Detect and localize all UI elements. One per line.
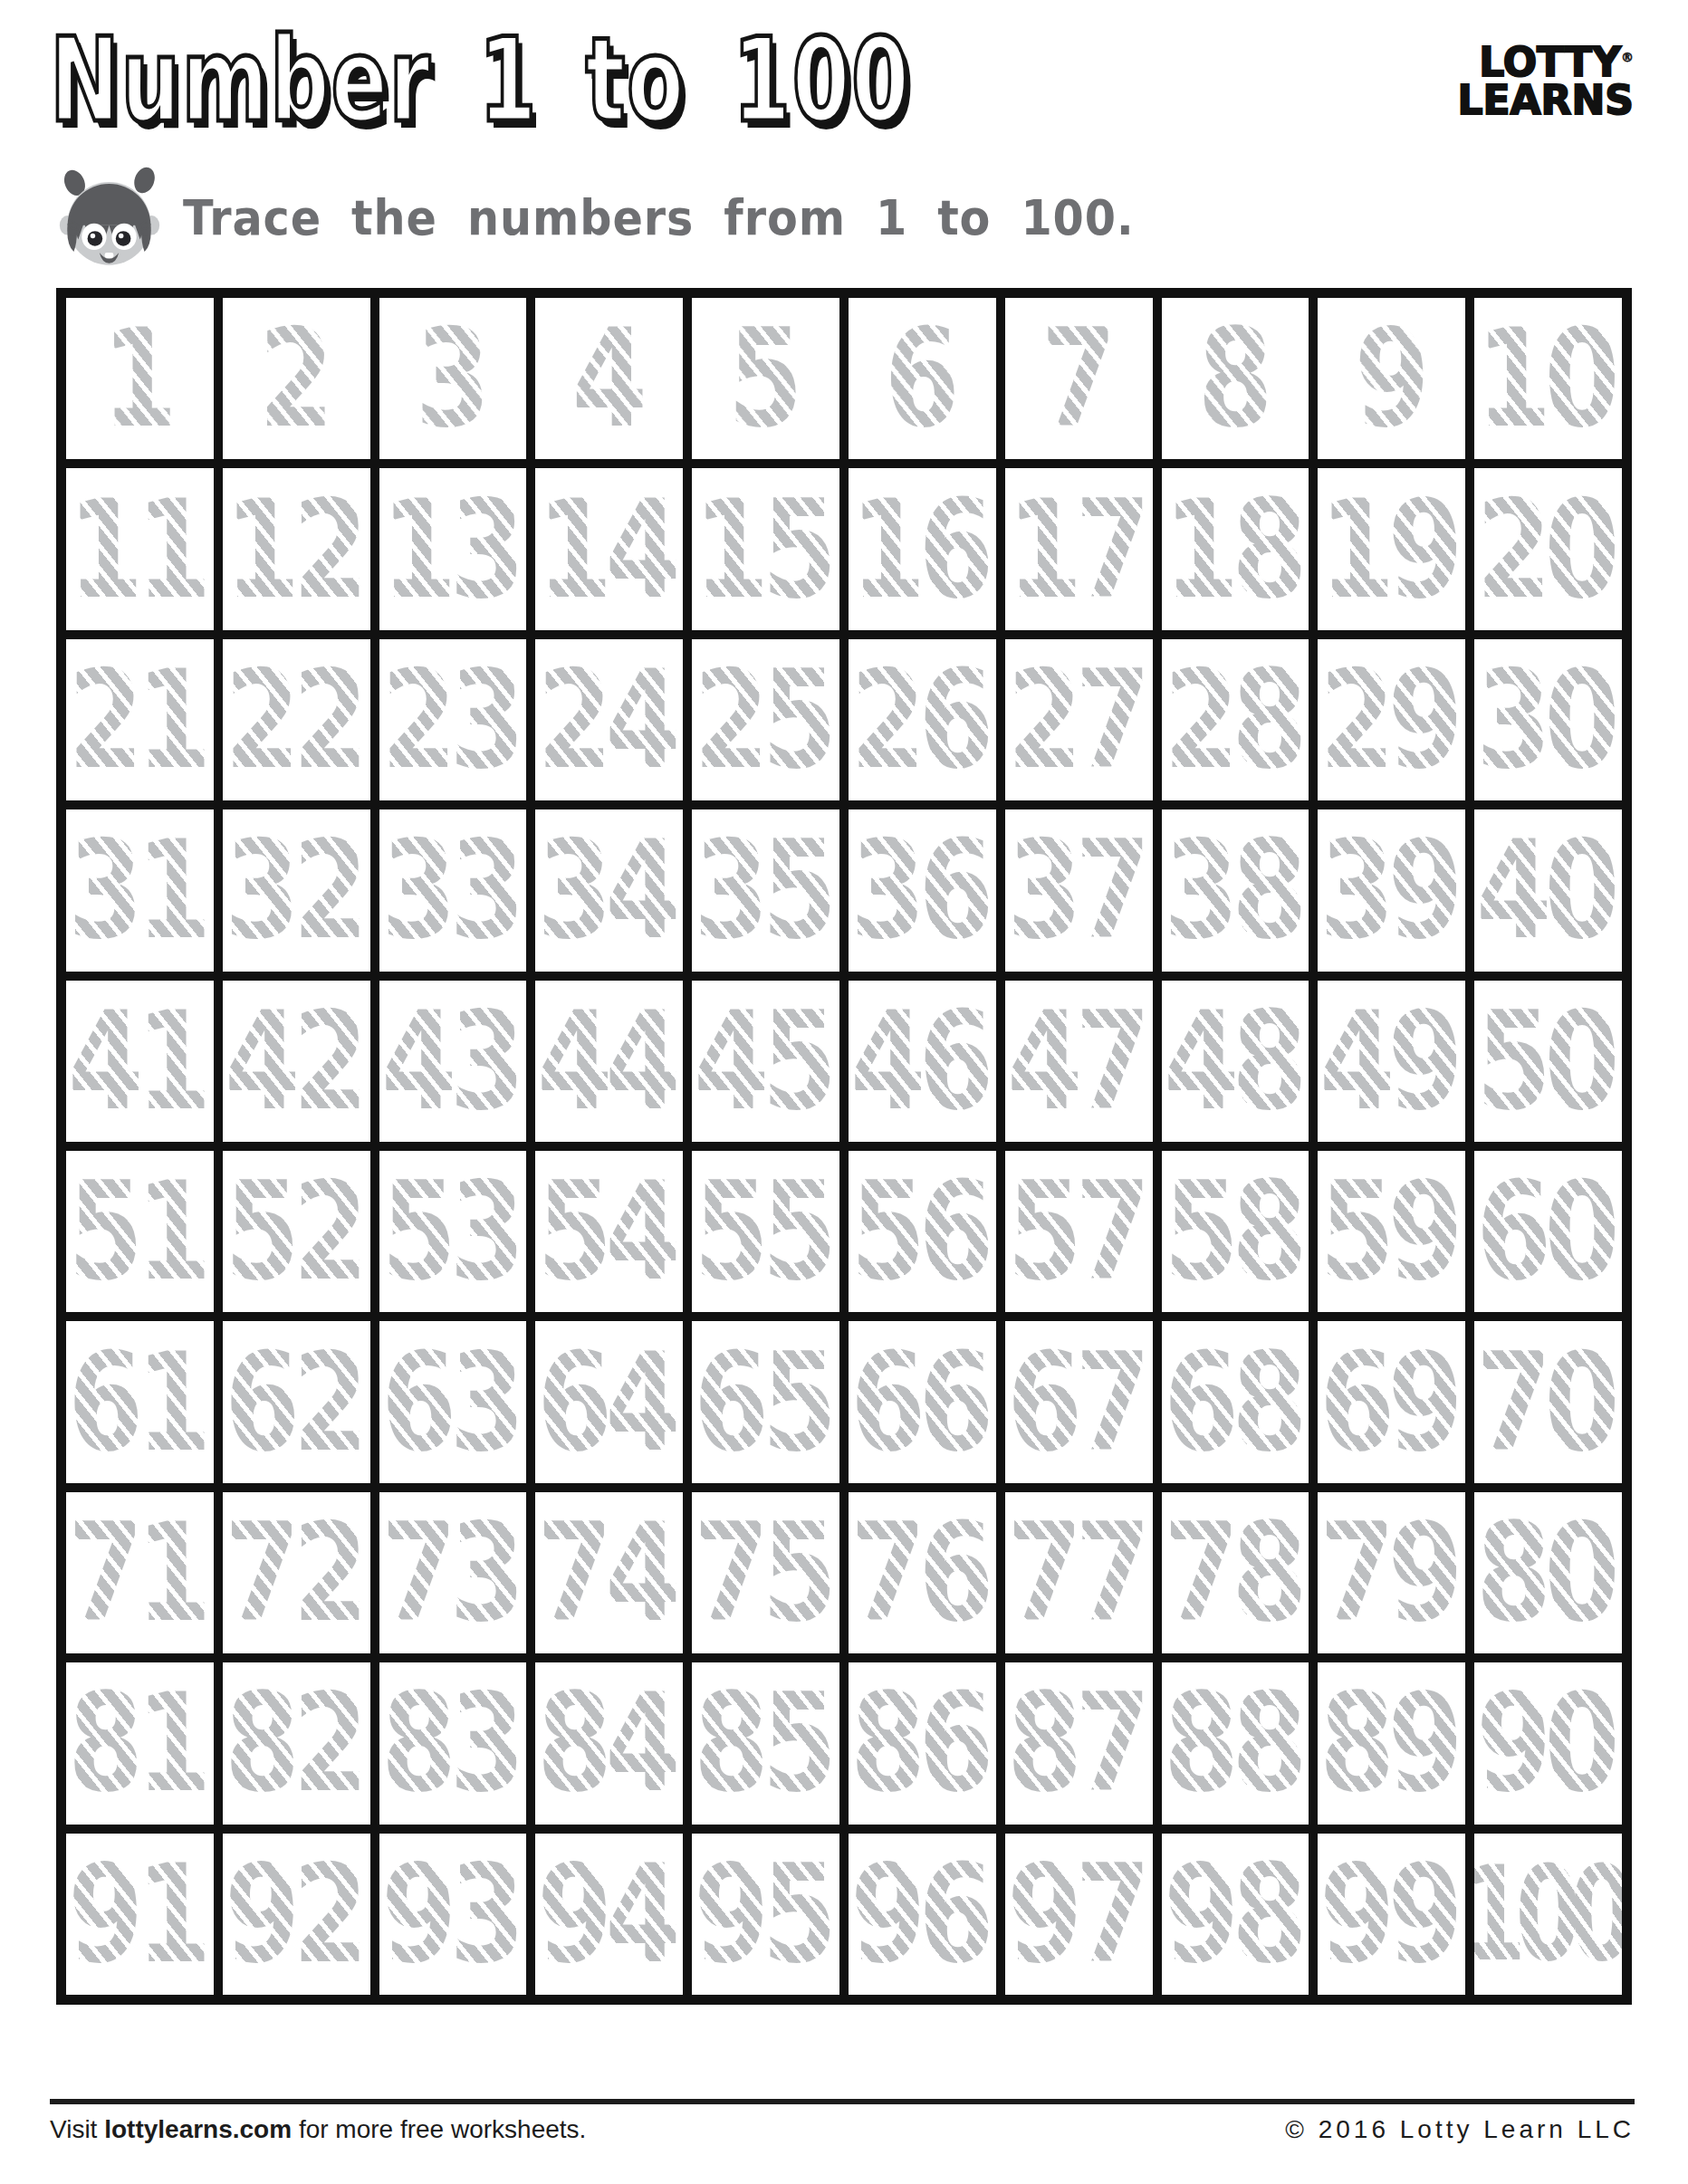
footer-copyright: © 2016 Lotty Learn LLC	[1285, 2115, 1635, 2144]
trace-number: 62	[225, 1335, 369, 1470]
grid-cell-17: 17	[1001, 464, 1157, 634]
trace-number: 4	[571, 311, 647, 446]
trace-number: 71	[68, 1505, 212, 1641]
trace-number: 38	[1164, 822, 1308, 958]
trace-number: 36	[850, 822, 994, 958]
grid-cell-28: 28	[1157, 635, 1314, 805]
grid-cell-94: 94	[531, 1829, 687, 1999]
trace-number: 61	[68, 1335, 212, 1470]
grid-cell-47: 47	[1001, 976, 1157, 1146]
grid-cell-95: 95	[687, 1829, 844, 1999]
grid-cell-44: 44	[531, 976, 687, 1146]
trace-number: 77	[1007, 1505, 1151, 1641]
grid-cell-32: 32	[218, 805, 375, 975]
grid-cell-56: 56	[844, 1146, 1001, 1317]
trace-number: 42	[225, 993, 369, 1129]
trace-number: 22	[225, 652, 369, 788]
trace-number: 44	[537, 993, 681, 1129]
grid-cell-55: 55	[687, 1146, 844, 1317]
trace-number: 41	[68, 993, 212, 1129]
trace-number: 72	[225, 1505, 369, 1641]
trace-number: 67	[1007, 1335, 1151, 1470]
trace-number: 94	[537, 1846, 681, 1982]
trace-number: 90	[1476, 1675, 1620, 1811]
trace-number: 88	[1164, 1675, 1308, 1811]
trace-number: 58	[1164, 1164, 1308, 1299]
grid-cell-40: 40	[1470, 805, 1626, 975]
grid-cell-29: 29	[1313, 635, 1470, 805]
grid-cell-67: 67	[1001, 1317, 1157, 1487]
trace-number: 91	[68, 1846, 212, 1982]
trace-number: 76	[850, 1505, 994, 1641]
trace-number: 86	[850, 1675, 994, 1811]
grid-cell-91: 91	[62, 1829, 218, 1999]
trace-number: 57	[1007, 1164, 1151, 1299]
grid-cell-57: 57	[1001, 1146, 1157, 1317]
grid-cell-87: 87	[1001, 1658, 1157, 1828]
trace-number: 49	[1319, 993, 1463, 1129]
grid-cell-39: 39	[1313, 805, 1470, 975]
trace-number: 65	[694, 1335, 838, 1470]
grid-cell-16: 16	[844, 464, 1001, 634]
grid-cell-36: 36	[844, 805, 1001, 975]
trace-number: 32	[225, 822, 369, 958]
trace-number: 66	[850, 1335, 994, 1470]
trace-number: 74	[537, 1505, 681, 1641]
trace-number: 84	[537, 1675, 681, 1811]
grid-cell-31: 31	[62, 805, 218, 975]
grid-cell-34: 34	[531, 805, 687, 975]
grid-cell-61: 61	[62, 1317, 218, 1487]
trace-number: 39	[1319, 822, 1463, 958]
grid-cell-81: 81	[62, 1658, 218, 1828]
trace-number: 68	[1164, 1335, 1308, 1470]
trace-number: 98	[1164, 1846, 1308, 1982]
trace-number: 96	[850, 1846, 994, 1982]
trace-number: 17	[1007, 482, 1151, 618]
trace-number: 24	[537, 652, 681, 788]
grid-cell-51: 51	[62, 1146, 218, 1317]
trace-number: 26	[850, 652, 994, 788]
grid-cell-63: 63	[375, 1317, 532, 1487]
grid-cell-62: 62	[218, 1317, 375, 1487]
grid-cell-7: 7	[1001, 293, 1157, 464]
trace-number: 52	[225, 1164, 369, 1299]
trace-number: 14	[537, 482, 681, 618]
trace-number: 95	[694, 1846, 838, 1982]
grid-cell-96: 96	[844, 1829, 1001, 1999]
grid-cell-89: 89	[1313, 1658, 1470, 1828]
grid-cell-10: 10	[1470, 293, 1626, 464]
trace-number: 80	[1476, 1505, 1620, 1641]
trace-number: 100	[1470, 1849, 1626, 1979]
grid-cell-21: 21	[62, 635, 218, 805]
grid-cell-20: 20	[1470, 464, 1626, 634]
trace-number: 1	[102, 311, 178, 446]
trace-number: 34	[537, 822, 681, 958]
trace-number: 23	[381, 652, 525, 788]
trace-number: 2	[258, 311, 334, 446]
trace-number: 27	[1007, 652, 1151, 788]
grid-cell-23: 23	[375, 635, 532, 805]
grid-cell-45: 45	[687, 976, 844, 1146]
trace-number: 63	[381, 1335, 525, 1470]
trace-number: 93	[381, 1846, 525, 1982]
grid-cell-65: 65	[687, 1317, 844, 1487]
trace-number: 47	[1007, 993, 1151, 1129]
grid-cell-69: 69	[1313, 1317, 1470, 1487]
grid-cell-80: 80	[1470, 1488, 1626, 1658]
trace-number: 60	[1476, 1164, 1620, 1299]
grid-cell-26: 26	[844, 635, 1001, 805]
trace-number: 11	[68, 482, 212, 618]
trace-number: 33	[381, 822, 525, 958]
trace-number: 73	[381, 1505, 525, 1641]
grid-cell-8: 8	[1157, 293, 1314, 464]
trace-number: 78	[1164, 1505, 1308, 1641]
trace-number: 81	[68, 1675, 212, 1811]
trace-number: 13	[381, 482, 525, 618]
footer-site-name: lottylearns.com	[104, 2115, 292, 2143]
grid-cell-86: 86	[844, 1658, 1001, 1828]
grid-cell-90: 90	[1470, 1658, 1626, 1828]
trace-number: 79	[1319, 1505, 1463, 1641]
trace-number: 6	[885, 311, 961, 446]
instruction-row: Trace the numbers from 1 to 100.	[54, 161, 1206, 273]
grid-cell-12: 12	[218, 464, 375, 634]
footer-left-text: Visit lottylearns.com for more free work…	[50, 2115, 586, 2144]
grid-cell-13: 13	[375, 464, 532, 634]
grid-cell-71: 71	[62, 1488, 218, 1658]
trace-number: 3	[415, 311, 491, 446]
trace-number: 99	[1319, 1846, 1463, 1982]
trace-number: 12	[225, 482, 369, 618]
trace-number: 83	[381, 1675, 525, 1811]
trace-number: 82	[225, 1675, 369, 1811]
trace-number: 18	[1164, 482, 1308, 618]
grid-cell-52: 52	[218, 1146, 375, 1317]
grid-cell-46: 46	[844, 976, 1001, 1146]
grid-cell-58: 58	[1157, 1146, 1314, 1317]
grid-cell-64: 64	[531, 1317, 687, 1487]
trace-number: 8	[1197, 311, 1273, 446]
girl-face-icon	[54, 167, 165, 268]
grid-cell-99: 99	[1313, 1829, 1470, 1999]
grid-cell-84: 84	[531, 1658, 687, 1828]
page-title: Number 1 to 100	[50, 20, 911, 141]
trace-number: 37	[1007, 822, 1151, 958]
trace-number: 51	[68, 1164, 212, 1299]
grid-cell-25: 25	[687, 635, 844, 805]
grid-cell-2: 2	[218, 293, 375, 464]
grid-cell-83: 83	[375, 1658, 532, 1828]
trace-number: 9	[1354, 311, 1430, 446]
trace-number: 69	[1319, 1335, 1463, 1470]
grid-cell-92: 92	[218, 1829, 375, 1999]
trace-number: 55	[694, 1164, 838, 1299]
grid-cell-78: 78	[1157, 1488, 1314, 1658]
trace-number: 19	[1319, 482, 1463, 618]
grid-cell-41: 41	[62, 976, 218, 1146]
trace-number: 16	[850, 482, 994, 618]
trace-number: 45	[694, 993, 838, 1129]
trace-number: 7	[1041, 311, 1117, 446]
registered-mark-icon: ®	[1621, 50, 1634, 64]
trace-number: 35	[694, 822, 838, 958]
footer-divider	[50, 2099, 1635, 2104]
trace-number: 75	[694, 1505, 838, 1641]
grid-cell-3: 3	[375, 293, 532, 464]
grid-cell-6: 6	[844, 293, 1001, 464]
trace-number: 87	[1007, 1675, 1151, 1811]
trace-number: 46	[850, 993, 994, 1129]
grid-cell-59: 59	[1313, 1146, 1470, 1317]
grid-cell-76: 76	[844, 1488, 1001, 1658]
grid-cell-18: 18	[1157, 464, 1314, 634]
grid-cell-49: 49	[1313, 976, 1470, 1146]
worksheet-page: Number 1 to 100 LOTTY® LEARNS	[0, 0, 1688, 2184]
trace-number: 53	[381, 1164, 525, 1299]
logo-line2: LEARNS	[1457, 81, 1634, 120]
instruction-text: Trace the numbers from 1 to 100.	[183, 190, 1135, 245]
trace-number: 5	[728, 311, 804, 446]
trace-number: 29	[1319, 652, 1463, 788]
grid-cell-54: 54	[531, 1146, 687, 1317]
grid-cell-19: 19	[1313, 464, 1470, 634]
grid-cell-27: 27	[1001, 635, 1157, 805]
grid-cell-5: 5	[687, 293, 844, 464]
grid-cell-74: 74	[531, 1488, 687, 1658]
grid-cell-38: 38	[1157, 805, 1314, 975]
grid-cell-15: 15	[687, 464, 844, 634]
grid-cell-50: 50	[1470, 976, 1626, 1146]
trace-number: 30	[1476, 652, 1620, 788]
trace-number: 50	[1476, 993, 1620, 1129]
grid-cell-14: 14	[531, 464, 687, 634]
grid-cell-11: 11	[62, 464, 218, 634]
trace-number: 70	[1476, 1335, 1620, 1470]
trace-number: 25	[694, 652, 838, 788]
trace-number: 31	[68, 822, 212, 958]
grid-cell-4: 4	[531, 293, 687, 464]
grid-cell-82: 82	[218, 1658, 375, 1828]
grid-cell-9: 9	[1313, 293, 1470, 464]
grid-cell-85: 85	[687, 1658, 844, 1828]
grid-cell-98: 98	[1157, 1829, 1314, 1999]
grid-cell-42: 42	[218, 976, 375, 1146]
trace-number: 92	[225, 1846, 369, 1982]
trace-number: 54	[537, 1164, 681, 1299]
grid-cell-37: 37	[1001, 805, 1157, 975]
grid-cell-88: 88	[1157, 1658, 1314, 1828]
logo-line1: LOTTY®	[1457, 43, 1634, 81]
grid-cell-70: 70	[1470, 1317, 1626, 1487]
lotty-learns-logo: LOTTY® LEARNS	[1457, 43, 1634, 120]
grid-cell-60: 60	[1470, 1146, 1626, 1317]
grid-cell-22: 22	[218, 635, 375, 805]
grid-cell-30: 30	[1470, 635, 1626, 805]
trace-number: 43	[381, 993, 525, 1129]
grid-cell-66: 66	[844, 1317, 1001, 1487]
grid-cell-53: 53	[375, 1146, 532, 1317]
trace-number: 15	[694, 482, 838, 618]
trace-number: 64	[537, 1335, 681, 1470]
trace-number: 85	[694, 1675, 838, 1811]
trace-number: 20	[1476, 482, 1620, 618]
grid-cell-35: 35	[687, 805, 844, 975]
grid-cell-93: 93	[375, 1829, 532, 1999]
trace-number: 48	[1164, 993, 1308, 1129]
grid-cell-73: 73	[375, 1488, 532, 1658]
grid-cell-68: 68	[1157, 1317, 1314, 1487]
grid-cell-77: 77	[1001, 1488, 1157, 1658]
trace-number: 21	[68, 652, 212, 788]
trace-number: 56	[850, 1164, 994, 1299]
grid-cell-1: 1	[62, 293, 218, 464]
grid-cell-72: 72	[218, 1488, 375, 1658]
grid-cell-75: 75	[687, 1488, 844, 1658]
grid-cell-79: 79	[1313, 1488, 1470, 1658]
grid-cell-100: 100	[1470, 1829, 1626, 1999]
trace-grid: 1234567891011121314151617181920212223242…	[56, 288, 1632, 2005]
grid-cell-43: 43	[375, 976, 532, 1146]
trace-number: 10	[1476, 311, 1620, 446]
trace-number: 28	[1164, 652, 1308, 788]
trace-number: 40	[1476, 822, 1620, 958]
grid-cell-97: 97	[1001, 1829, 1157, 1999]
grid-cell-24: 24	[531, 635, 687, 805]
grid-cell-33: 33	[375, 805, 532, 975]
trace-number: 59	[1319, 1164, 1463, 1299]
trace-number: 97	[1007, 1846, 1151, 1982]
trace-number: 89	[1319, 1675, 1463, 1811]
grid-cell-48: 48	[1157, 976, 1314, 1146]
